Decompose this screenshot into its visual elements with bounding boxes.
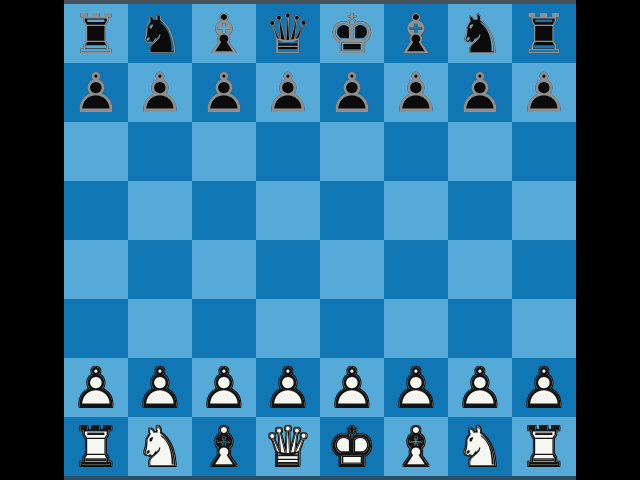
white-pawn-outline: ♙ bbox=[384, 358, 448, 417]
black-bishop-outline: ♗ bbox=[192, 4, 256, 63]
white-bishop-piece: ♝♗ bbox=[384, 417, 448, 476]
square-b1[interactable]: ♞♘ bbox=[128, 417, 192, 476]
square-c2[interactable]: ♟♙ bbox=[192, 358, 256, 417]
white-pawn-piece: ♟♙ bbox=[64, 358, 128, 417]
chess-board: ♜♖♞♘♝♗♛♕♚♔♝♗♞♘♜♖♟♙♟♙♟♙♟♙♟♙♟♙♟♙♟♙♟♙♟♙♟♙♟♙… bbox=[64, 0, 576, 480]
white-king-piece: ♚♔ bbox=[320, 417, 384, 476]
white-pawn-outline: ♙ bbox=[512, 358, 576, 417]
left-black-bar bbox=[0, 0, 64, 480]
white-pawn-piece: ♟♙ bbox=[256, 358, 320, 417]
black-pawn-piece: ♟♙ bbox=[384, 63, 448, 122]
square-f4[interactable] bbox=[384, 240, 448, 299]
black-knight-outline: ♘ bbox=[448, 4, 512, 63]
white-queen-piece: ♛♕ bbox=[256, 417, 320, 476]
square-e8[interactable]: ♚♔ bbox=[320, 4, 384, 63]
white-pawn-piece: ♟♙ bbox=[320, 358, 384, 417]
white-queen-outline: ♕ bbox=[256, 417, 320, 476]
square-c1[interactable]: ♝♗ bbox=[192, 417, 256, 476]
white-king-outline: ♔ bbox=[320, 417, 384, 476]
black-knight-piece: ♞♘ bbox=[128, 4, 192, 63]
square-f6[interactable] bbox=[384, 122, 448, 181]
black-bishop-piece: ♝♗ bbox=[384, 4, 448, 63]
black-king-piece: ♚♔ bbox=[320, 4, 384, 63]
square-e1[interactable]: ♚♔ bbox=[320, 417, 384, 476]
square-f3[interactable] bbox=[384, 299, 448, 358]
square-f1[interactable]: ♝♗ bbox=[384, 417, 448, 476]
white-pawn-outline: ♙ bbox=[256, 358, 320, 417]
square-f2[interactable]: ♟♙ bbox=[384, 358, 448, 417]
square-b3[interactable] bbox=[128, 299, 192, 358]
square-g2[interactable]: ♟♙ bbox=[448, 358, 512, 417]
black-pawn-outline: ♙ bbox=[128, 63, 192, 122]
square-a6[interactable] bbox=[64, 122, 128, 181]
white-pawn-outline: ♙ bbox=[64, 358, 128, 417]
square-e5[interactable] bbox=[320, 181, 384, 240]
square-h1[interactable]: ♜♖ bbox=[512, 417, 576, 476]
square-e6[interactable] bbox=[320, 122, 384, 181]
black-rook-outline: ♖ bbox=[512, 4, 576, 63]
square-h4[interactable] bbox=[512, 240, 576, 299]
white-knight-outline: ♘ bbox=[128, 417, 192, 476]
square-b7[interactable]: ♟♙ bbox=[128, 63, 192, 122]
square-h3[interactable] bbox=[512, 299, 576, 358]
white-pawn-piece: ♟♙ bbox=[384, 358, 448, 417]
black-queen-outline: ♕ bbox=[256, 4, 320, 63]
square-a3[interactable] bbox=[64, 299, 128, 358]
square-b2[interactable]: ♟♙ bbox=[128, 358, 192, 417]
square-g5[interactable] bbox=[448, 181, 512, 240]
square-g6[interactable] bbox=[448, 122, 512, 181]
square-g1[interactable]: ♞♘ bbox=[448, 417, 512, 476]
square-c7[interactable]: ♟♙ bbox=[192, 63, 256, 122]
square-d3[interactable] bbox=[256, 299, 320, 358]
square-h5[interactable] bbox=[512, 181, 576, 240]
white-bishop-outline: ♗ bbox=[192, 417, 256, 476]
square-d8[interactable]: ♛♕ bbox=[256, 4, 320, 63]
black-pawn-outline: ♙ bbox=[448, 63, 512, 122]
white-pawn-piece: ♟♙ bbox=[128, 358, 192, 417]
square-d5[interactable] bbox=[256, 181, 320, 240]
square-d7[interactable]: ♟♙ bbox=[256, 63, 320, 122]
square-c4[interactable] bbox=[192, 240, 256, 299]
black-pawn-outline: ♙ bbox=[64, 63, 128, 122]
square-e4[interactable] bbox=[320, 240, 384, 299]
black-pawn-piece: ♟♙ bbox=[256, 63, 320, 122]
square-a4[interactable] bbox=[64, 240, 128, 299]
black-rook-outline: ♖ bbox=[64, 4, 128, 63]
black-pawn-piece: ♟♙ bbox=[192, 63, 256, 122]
square-d2[interactable]: ♟♙ bbox=[256, 358, 320, 417]
white-pawn-outline: ♙ bbox=[448, 358, 512, 417]
square-e7[interactable]: ♟♙ bbox=[320, 63, 384, 122]
square-c8[interactable]: ♝♗ bbox=[192, 4, 256, 63]
black-pawn-outline: ♙ bbox=[320, 63, 384, 122]
black-king-outline: ♔ bbox=[320, 4, 384, 63]
square-g8[interactable]: ♞♘ bbox=[448, 4, 512, 63]
square-h7[interactable]: ♟♙ bbox=[512, 63, 576, 122]
white-knight-piece: ♞♘ bbox=[128, 417, 192, 476]
white-rook-piece: ♜♖ bbox=[64, 417, 128, 476]
white-pawn-outline: ♙ bbox=[128, 358, 192, 417]
white-rook-outline: ♖ bbox=[64, 417, 128, 476]
white-rook-outline: ♖ bbox=[512, 417, 576, 476]
black-bishop-piece: ♝♗ bbox=[192, 4, 256, 63]
black-queen-piece: ♛♕ bbox=[256, 4, 320, 63]
square-h8[interactable]: ♜♖ bbox=[512, 4, 576, 63]
square-g3[interactable] bbox=[448, 299, 512, 358]
black-bishop-outline: ♗ bbox=[384, 4, 448, 63]
white-pawn-piece: ♟♙ bbox=[192, 358, 256, 417]
right-black-bar bbox=[576, 0, 640, 480]
square-h2[interactable]: ♟♙ bbox=[512, 358, 576, 417]
square-a1[interactable]: ♜♖ bbox=[64, 417, 128, 476]
black-pawn-outline: ♙ bbox=[256, 63, 320, 122]
game-window: ♜♖♞♘♝♗♛♕♚♔♝♗♞♘♜♖♟♙♟♙♟♙♟♙♟♙♟♙♟♙♟♙♟♙♟♙♟♙♟♙… bbox=[0, 0, 640, 480]
square-a2[interactable]: ♟♙ bbox=[64, 358, 128, 417]
square-a8[interactable]: ♜♖ bbox=[64, 4, 128, 63]
white-bishop-piece: ♝♗ bbox=[192, 417, 256, 476]
white-rook-piece: ♜♖ bbox=[512, 417, 576, 476]
black-pawn-outline: ♙ bbox=[384, 63, 448, 122]
white-bishop-outline: ♗ bbox=[384, 417, 448, 476]
square-a7[interactable]: ♟♙ bbox=[64, 63, 128, 122]
square-b5[interactable] bbox=[128, 181, 192, 240]
square-d1[interactable]: ♛♕ bbox=[256, 417, 320, 476]
square-g7[interactable]: ♟♙ bbox=[448, 63, 512, 122]
black-pawn-piece: ♟♙ bbox=[128, 63, 192, 122]
white-pawn-piece: ♟♙ bbox=[448, 358, 512, 417]
white-knight-outline: ♘ bbox=[448, 417, 512, 476]
square-c5[interactable] bbox=[192, 181, 256, 240]
square-e3[interactable] bbox=[320, 299, 384, 358]
white-pawn-outline: ♙ bbox=[192, 358, 256, 417]
square-c3[interactable] bbox=[192, 299, 256, 358]
black-knight-piece: ♞♘ bbox=[448, 4, 512, 63]
square-b8[interactable]: ♞♘ bbox=[128, 4, 192, 63]
black-rook-piece: ♜♖ bbox=[64, 4, 128, 63]
black-pawn-piece: ♟♙ bbox=[64, 63, 128, 122]
black-pawn-piece: ♟♙ bbox=[512, 63, 576, 122]
square-f5[interactable] bbox=[384, 181, 448, 240]
square-d6[interactable] bbox=[256, 122, 320, 181]
black-rook-piece: ♜♖ bbox=[512, 4, 576, 63]
square-h6[interactable] bbox=[512, 122, 576, 181]
white-knight-piece: ♞♘ bbox=[448, 417, 512, 476]
square-b4[interactable] bbox=[128, 240, 192, 299]
square-f8[interactable]: ♝♗ bbox=[384, 4, 448, 63]
white-pawn-piece: ♟♙ bbox=[512, 358, 576, 417]
black-knight-outline: ♘ bbox=[128, 4, 192, 63]
square-b6[interactable] bbox=[128, 122, 192, 181]
square-c6[interactable] bbox=[192, 122, 256, 181]
white-pawn-outline: ♙ bbox=[320, 358, 384, 417]
black-pawn-outline: ♙ bbox=[192, 63, 256, 122]
square-f7[interactable]: ♟♙ bbox=[384, 63, 448, 122]
square-g4[interactable] bbox=[448, 240, 512, 299]
square-e2[interactable]: ♟♙ bbox=[320, 358, 384, 417]
square-a5[interactable] bbox=[64, 181, 128, 240]
black-pawn-outline: ♙ bbox=[512, 63, 576, 122]
black-pawn-piece: ♟♙ bbox=[320, 63, 384, 122]
square-d4[interactable] bbox=[256, 240, 320, 299]
black-pawn-piece: ♟♙ bbox=[448, 63, 512, 122]
